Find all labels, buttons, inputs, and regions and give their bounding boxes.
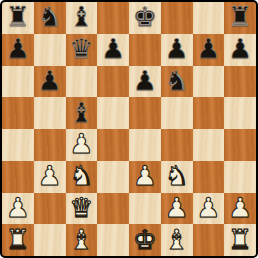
square-h8[interactable]: ♜ bbox=[224, 2, 256, 34]
white-pawn-piece: ♟ bbox=[38, 162, 62, 189]
black-bishop-piece: ♝ bbox=[69, 3, 93, 30]
black-pawn-piece: ♟ bbox=[6, 35, 30, 62]
black-pawn-piece: ♟ bbox=[133, 67, 157, 94]
white-queen-piece: ♛ bbox=[69, 194, 93, 221]
square-a4[interactable] bbox=[2, 129, 34, 161]
square-b4[interactable] bbox=[34, 129, 66, 161]
black-queen-piece: ♛ bbox=[69, 35, 93, 62]
square-b2[interactable] bbox=[34, 193, 66, 225]
square-b3[interactable]: ♟ bbox=[34, 161, 66, 193]
square-h6[interactable] bbox=[224, 66, 256, 98]
square-b5[interactable] bbox=[34, 97, 66, 129]
black-pawn-piece: ♟ bbox=[228, 35, 252, 62]
white-pawn-piece: ♟ bbox=[133, 162, 157, 189]
black-pawn-piece: ♟ bbox=[196, 35, 220, 62]
square-c2[interactable]: ♛ bbox=[66, 193, 98, 225]
square-f1[interactable]: ♝ bbox=[161, 224, 193, 256]
square-f6[interactable]: ♞ bbox=[161, 66, 193, 98]
square-b1[interactable] bbox=[34, 224, 66, 256]
square-a6[interactable] bbox=[2, 66, 34, 98]
black-bishop-piece: ♝ bbox=[69, 99, 93, 126]
square-g2[interactable]: ♟ bbox=[193, 193, 225, 225]
square-d3[interactable] bbox=[97, 161, 129, 193]
square-f3[interactable]: ♞ bbox=[161, 161, 193, 193]
square-g1[interactable] bbox=[193, 224, 225, 256]
square-c1[interactable]: ♝ bbox=[66, 224, 98, 256]
square-g4[interactable] bbox=[193, 129, 225, 161]
square-d7[interactable]: ♟ bbox=[97, 34, 129, 66]
chess-board: ♜♞♝♚♜♟♛♟♟♟♟♟♟♞♝♟♟♞♟♞♟♛♟♟♟♜♝♚♝♜ bbox=[2, 2, 256, 256]
square-c5[interactable]: ♝ bbox=[66, 97, 98, 129]
black-pawn-piece: ♟ bbox=[101, 35, 125, 62]
square-h1[interactable]: ♜ bbox=[224, 224, 256, 256]
square-b8[interactable]: ♞ bbox=[34, 2, 66, 34]
square-a7[interactable]: ♟ bbox=[2, 34, 34, 66]
square-d5[interactable] bbox=[97, 97, 129, 129]
white-pawn-piece: ♟ bbox=[165, 194, 189, 221]
white-pawn-piece: ♟ bbox=[69, 130, 93, 157]
white-bishop-piece: ♝ bbox=[69, 226, 93, 253]
square-c3[interactable]: ♞ bbox=[66, 161, 98, 193]
square-a8[interactable]: ♜ bbox=[2, 2, 34, 34]
square-g5[interactable] bbox=[193, 97, 225, 129]
square-f5[interactable] bbox=[161, 97, 193, 129]
square-h7[interactable]: ♟ bbox=[224, 34, 256, 66]
square-e3[interactable]: ♟ bbox=[129, 161, 161, 193]
black-pawn-piece: ♟ bbox=[38, 67, 62, 94]
black-rook-piece: ♜ bbox=[228, 3, 252, 30]
square-h5[interactable] bbox=[224, 97, 256, 129]
chess-board-frame: ♜♞♝♚♜♟♛♟♟♟♟♟♟♞♝♟♟♞♟♞♟♛♟♟♟♜♝♚♝♜ bbox=[0, 0, 258, 258]
square-f7[interactable]: ♟ bbox=[161, 34, 193, 66]
white-rook-piece: ♜ bbox=[6, 226, 30, 253]
white-knight-piece: ♞ bbox=[165, 162, 189, 189]
square-f4[interactable] bbox=[161, 129, 193, 161]
square-c6[interactable] bbox=[66, 66, 98, 98]
square-g3[interactable] bbox=[193, 161, 225, 193]
square-b7[interactable] bbox=[34, 34, 66, 66]
square-c4[interactable]: ♟ bbox=[66, 129, 98, 161]
white-knight-piece: ♞ bbox=[69, 162, 93, 189]
square-a1[interactable]: ♜ bbox=[2, 224, 34, 256]
square-d8[interactable] bbox=[97, 2, 129, 34]
square-h4[interactable] bbox=[224, 129, 256, 161]
square-g6[interactable] bbox=[193, 66, 225, 98]
black-king-piece: ♚ bbox=[133, 3, 157, 30]
square-e1[interactable]: ♚ bbox=[129, 224, 161, 256]
black-pawn-piece: ♟ bbox=[165, 35, 189, 62]
black-knight-piece: ♞ bbox=[38, 3, 62, 30]
white-pawn-piece: ♟ bbox=[228, 194, 252, 221]
square-e4[interactable] bbox=[129, 129, 161, 161]
square-g8[interactable] bbox=[193, 2, 225, 34]
square-d6[interactable] bbox=[97, 66, 129, 98]
square-e5[interactable] bbox=[129, 97, 161, 129]
square-f2[interactable]: ♟ bbox=[161, 193, 193, 225]
square-d1[interactable] bbox=[97, 224, 129, 256]
white-pawn-piece: ♟ bbox=[196, 194, 220, 221]
square-a2[interactable]: ♟ bbox=[2, 193, 34, 225]
square-g7[interactable]: ♟ bbox=[193, 34, 225, 66]
square-h2[interactable]: ♟ bbox=[224, 193, 256, 225]
white-pawn-piece: ♟ bbox=[6, 194, 30, 221]
square-e2[interactable] bbox=[129, 193, 161, 225]
square-a3[interactable] bbox=[2, 161, 34, 193]
black-knight-piece: ♞ bbox=[165, 67, 189, 94]
square-a5[interactable] bbox=[2, 97, 34, 129]
square-c8[interactable]: ♝ bbox=[66, 2, 98, 34]
white-rook-piece: ♜ bbox=[228, 226, 252, 253]
square-e6[interactable]: ♟ bbox=[129, 66, 161, 98]
black-rook-piece: ♜ bbox=[6, 3, 30, 30]
square-e7[interactable] bbox=[129, 34, 161, 66]
square-c7[interactable]: ♛ bbox=[66, 34, 98, 66]
square-f8[interactable] bbox=[161, 2, 193, 34]
white-king-piece: ♚ bbox=[133, 226, 157, 253]
square-h3[interactable] bbox=[224, 161, 256, 193]
square-d2[interactable] bbox=[97, 193, 129, 225]
square-b6[interactable]: ♟ bbox=[34, 66, 66, 98]
square-d4[interactable] bbox=[97, 129, 129, 161]
white-bishop-piece: ♝ bbox=[165, 226, 189, 253]
square-e8[interactable]: ♚ bbox=[129, 2, 161, 34]
